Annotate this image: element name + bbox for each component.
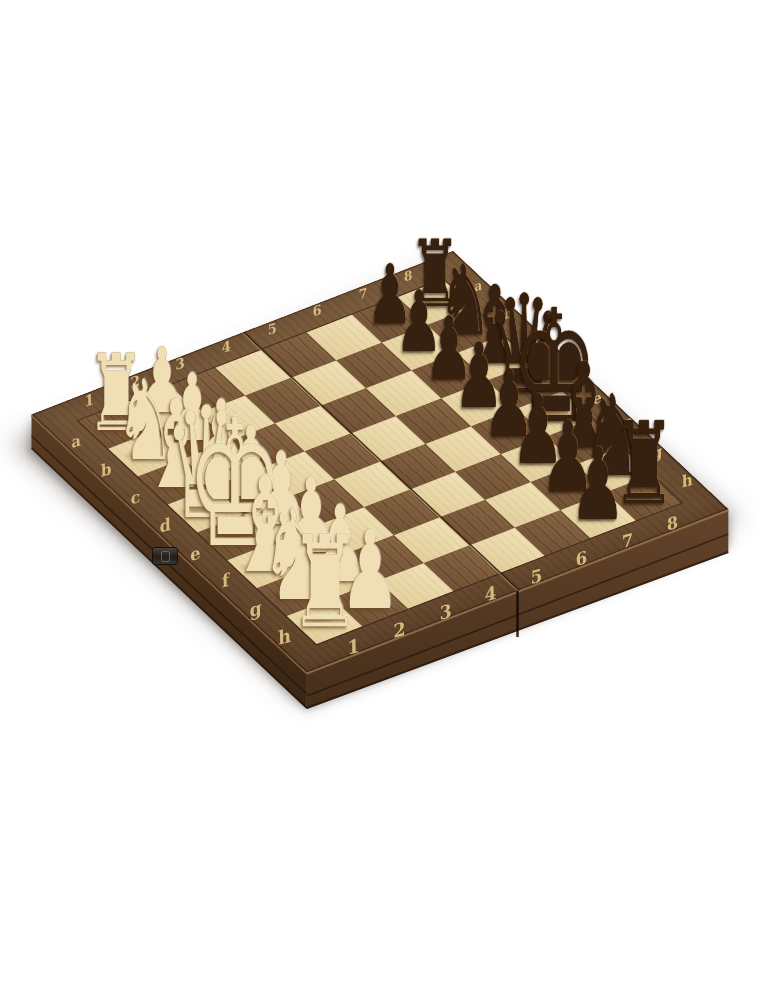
clasp [152, 547, 178, 565]
chess-set-photo-scene: 1122334455667788aabbccddeeffgghh♜♞♝♛♚♝♞♜… [0, 0, 771, 1000]
